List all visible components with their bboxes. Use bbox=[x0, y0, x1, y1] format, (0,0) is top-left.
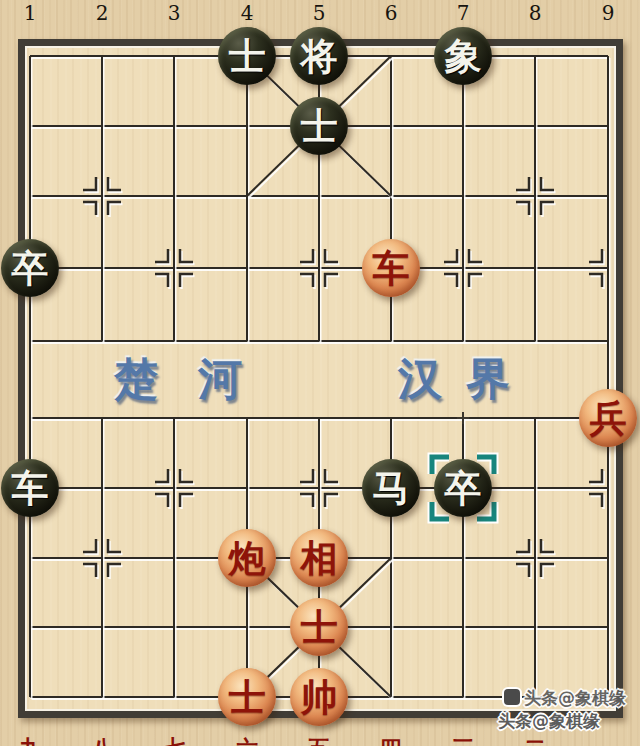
piece-glyph: 马 bbox=[373, 469, 410, 507]
piece-red-general[interactable]: 帅 bbox=[290, 668, 348, 726]
river-label-left: 楚河 bbox=[114, 350, 282, 409]
piece-glyph: 士 bbox=[229, 678, 266, 716]
piece-black-chariot[interactable]: 车 bbox=[1, 459, 59, 517]
piece-glyph: 卒 bbox=[445, 469, 482, 507]
column-label-bottom: 四 bbox=[376, 734, 406, 746]
piece-black-soldier[interactable]: 卒 bbox=[434, 459, 492, 517]
watermark-text: 头条@象棋缘 bbox=[498, 710, 600, 733]
piece-glyph: 卒 bbox=[12, 249, 49, 287]
column-label-top: 1 bbox=[17, 1, 43, 25]
watermark-logo-icon bbox=[504, 689, 520, 705]
column-label-bottom: 七 bbox=[159, 734, 189, 746]
column-label-bottom: 八 bbox=[87, 734, 117, 746]
piece-black-soldier[interactable]: 卒 bbox=[1, 239, 59, 297]
piece-red-advisor[interactable]: 士 bbox=[290, 598, 348, 656]
piece-glyph: 车 bbox=[12, 469, 49, 507]
piece-red-cannon[interactable]: 炮 bbox=[218, 529, 276, 587]
piece-black-general[interactable]: 将 bbox=[290, 27, 348, 85]
piece-glyph: 士 bbox=[229, 37, 266, 75]
piece-glyph: 士 bbox=[301, 107, 338, 145]
piece-glyph: 象 bbox=[445, 37, 482, 75]
piece-glyph: 将 bbox=[301, 37, 338, 75]
watermark-text-ghost: 头条@象棋缘 bbox=[524, 687, 626, 710]
column-label-bottom: 九 bbox=[15, 734, 45, 746]
piece-glyph: 车 bbox=[373, 249, 410, 287]
piece-glyph: 兵 bbox=[590, 399, 627, 437]
column-label-top: 9 bbox=[595, 1, 621, 25]
piece-glyph: 帅 bbox=[301, 678, 338, 716]
column-label-top: 6 bbox=[378, 1, 404, 25]
piece-glyph: 士 bbox=[301, 608, 338, 646]
piece-black-advisor[interactable]: 士 bbox=[290, 97, 348, 155]
column-label-bottom: 三 bbox=[448, 734, 478, 746]
column-label-top: 2 bbox=[89, 1, 115, 25]
river-label-right: 汉界 bbox=[398, 350, 534, 409]
column-label-top: 4 bbox=[234, 1, 260, 25]
piece-black-horse[interactable]: 马 bbox=[362, 459, 420, 517]
column-label-top: 3 bbox=[161, 1, 187, 25]
piece-red-chariot[interactable]: 车 bbox=[362, 239, 420, 297]
piece-black-elephant[interactable]: 象 bbox=[434, 27, 492, 85]
piece-glyph: 相 bbox=[301, 539, 338, 577]
watermark: 头条@象棋缘 头条@象棋缘 bbox=[480, 686, 640, 744]
piece-glyph: 炮 bbox=[229, 539, 266, 577]
column-label-top: 8 bbox=[522, 1, 548, 25]
piece-black-advisor[interactable]: 士 bbox=[218, 27, 276, 85]
column-label-bottom: 五 bbox=[304, 734, 334, 746]
piece-red-elephant[interactable]: 相 bbox=[290, 529, 348, 587]
column-label-top: 5 bbox=[306, 1, 332, 25]
column-label-top: 7 bbox=[450, 1, 476, 25]
piece-red-advisor[interactable]: 士 bbox=[218, 668, 276, 726]
piece-red-soldier[interactable]: 兵 bbox=[579, 389, 637, 447]
xiangqi-app: { "game": "xiangqi", "position": { "fen"… bbox=[0, 0, 640, 746]
column-label-bottom: 六 bbox=[232, 734, 262, 746]
